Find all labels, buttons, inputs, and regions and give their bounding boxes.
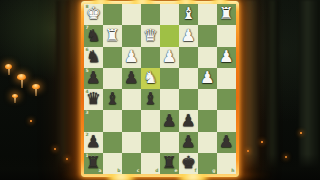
square-a2[interactable]: 2♟ [84, 132, 103, 153]
chess-board[interactable]: 8♚♝♜7♞♜♛♟6♞♟♟♟5♟♟♞♟4♛♝♝3♟♟2♟♟♟1a♜bcde♜f♚… [84, 4, 236, 174]
square-g5[interactable]: ♟ [198, 68, 217, 89]
square-b4[interactable]: ♝ [103, 89, 122, 110]
square-d6[interactable] [141, 47, 160, 68]
ember-dot [30, 120, 32, 122]
tree-trunk-silhouette [243, 0, 259, 180]
ember-dot [261, 141, 263, 143]
ember-dot [54, 148, 56, 150]
square-d8[interactable] [141, 4, 160, 25]
square-b3[interactable] [103, 110, 122, 131]
square-g6[interactable] [198, 47, 217, 68]
coord-label-file: g [212, 169, 215, 174]
coord-label-rank: 3 [86, 111, 89, 116]
square-b1[interactable]: b [103, 153, 122, 174]
square-b8[interactable] [103, 4, 122, 25]
square-b2[interactable] [103, 132, 122, 153]
square-h1[interactable]: h [217, 153, 236, 174]
piece-wP-f7[interactable]: ♟ [181, 27, 196, 44]
square-g8[interactable] [198, 4, 217, 25]
square-e3[interactable]: ♟ [160, 110, 179, 131]
square-f3[interactable]: ♟ [179, 110, 198, 131]
square-c8[interactable] [122, 4, 141, 25]
square-a5[interactable]: 5♟ [84, 68, 103, 89]
square-f6[interactable] [179, 47, 198, 68]
square-c1[interactable]: c [122, 153, 141, 174]
square-e2[interactable] [160, 132, 179, 153]
square-a3[interactable]: 3 [84, 110, 103, 131]
square-f5[interactable] [179, 68, 198, 89]
piece-wK-a8[interactable]: ♚ [86, 6, 101, 23]
piece-wP-c6[interactable]: ♟ [124, 48, 139, 65]
square-e1[interactable]: e♜ [160, 153, 179, 174]
square-h4[interactable] [217, 89, 236, 110]
piece-wP-g5[interactable]: ♟ [200, 70, 215, 87]
square-a6[interactable]: 6♞ [84, 47, 103, 68]
square-g1[interactable]: g [198, 153, 217, 174]
mushroom-decoration [17, 74, 26, 88]
square-d2[interactable] [141, 132, 160, 153]
square-c4[interactable] [122, 89, 141, 110]
square-d5[interactable]: ♞ [141, 68, 160, 89]
square-h3[interactable] [217, 110, 236, 131]
square-a1[interactable]: 1a♜ [84, 153, 103, 174]
coord-label-file: h [231, 169, 234, 174]
piece-bB-d4[interactable]: ♝ [143, 91, 158, 108]
ember-dot [285, 156, 287, 158]
piece-wP-h6[interactable]: ♟ [219, 48, 234, 65]
piece-bQ-a4[interactable]: ♛ [86, 91, 101, 108]
piece-wQ-d7[interactable]: ♛ [143, 27, 158, 44]
square-c7[interactable] [122, 25, 141, 46]
square-f2[interactable]: ♟ [179, 132, 198, 153]
forest-background: 8♚♝♜7♞♜♛♟6♞♟♟♟5♟♟♞♟4♛♝♝3♟♟2♟♟♟1a♜bcde♜f♚… [0, 0, 320, 180]
square-f8[interactable]: ♝ [179, 4, 198, 25]
piece-wB-f8[interactable]: ♝ [181, 6, 196, 23]
square-a7[interactable]: 7♞ [84, 25, 103, 46]
piece-bP-f2[interactable]: ♟ [181, 133, 196, 150]
square-g4[interactable] [198, 89, 217, 110]
piece-bN-a6[interactable]: ♞ [86, 48, 101, 65]
piece-bB-b4[interactable]: ♝ [105, 91, 120, 108]
square-f4[interactable] [179, 89, 198, 110]
square-c2[interactable] [122, 132, 141, 153]
tree-trunk-silhouette [266, 0, 279, 180]
piece-wR-b7[interactable]: ♜ [105, 27, 120, 44]
tree-trunk-silhouette [299, 0, 320, 180]
piece-bP-a2[interactable]: ♟ [86, 133, 101, 150]
piece-bK-f1[interactable]: ♚ [181, 155, 196, 172]
square-h6[interactable]: ♟ [217, 47, 236, 68]
square-g3[interactable] [198, 110, 217, 131]
piece-bP-h2[interactable]: ♟ [219, 133, 234, 150]
square-a8[interactable]: 8♚ [84, 4, 103, 25]
piece-bP-a5[interactable]: ♟ [86, 70, 101, 87]
mushroom-decoration [32, 84, 40, 96]
piece-bP-c5[interactable]: ♟ [124, 70, 139, 87]
square-b5[interactable] [103, 68, 122, 89]
square-d1[interactable]: d [141, 153, 160, 174]
coord-label-file: c [137, 169, 140, 174]
square-a4[interactable]: 4♛ [84, 89, 103, 110]
piece-wN-d5[interactable]: ♞ [143, 70, 158, 87]
square-c3[interactable] [122, 110, 141, 131]
square-h8[interactable]: ♜ [217, 4, 236, 25]
square-c6[interactable]: ♟ [122, 47, 141, 68]
mushroom-decoration [12, 94, 18, 103]
piece-bN-a7[interactable]: ♞ [86, 27, 101, 44]
tree-trunk-silhouette [56, 0, 70, 180]
square-b6[interactable] [103, 47, 122, 68]
coord-label-file: b [117, 169, 120, 174]
coord-label-file: d [155, 169, 158, 174]
square-g7[interactable] [198, 25, 217, 46]
square-c5[interactable]: ♟ [122, 68, 141, 89]
square-e4[interactable] [160, 89, 179, 110]
square-d3[interactable] [141, 110, 160, 131]
square-e5[interactable] [160, 68, 179, 89]
square-f1[interactable]: f♚ [179, 153, 198, 174]
ember-dot [247, 150, 249, 152]
square-h5[interactable] [217, 68, 236, 89]
square-f7[interactable]: ♟ [179, 25, 198, 46]
square-d7[interactable]: ♛ [141, 25, 160, 46]
piece-bR-e1[interactable]: ♜ [162, 155, 177, 172]
piece-wR-h8[interactable]: ♜ [219, 6, 234, 23]
square-h7[interactable] [217, 25, 236, 46]
square-e7[interactable] [160, 25, 179, 46]
ember-dot [66, 158, 68, 160]
piece-bR-a1[interactable]: ♜ [86, 155, 101, 172]
piece-wP-e6[interactable]: ♟ [162, 48, 177, 65]
square-b7[interactable]: ♜ [103, 25, 122, 46]
board-frame-fire: 8♚♝♜7♞♜♛♟6♞♟♟♟5♟♟♞♟4♛♝♝3♟♟2♟♟♟1a♜bcde♜f♚… [81, 1, 239, 177]
ember-dot [300, 132, 302, 134]
square-d4[interactable]: ♝ [141, 89, 160, 110]
square-g2[interactable] [198, 132, 217, 153]
square-e6[interactable]: ♟ [160, 47, 179, 68]
square-h2[interactable]: ♟ [217, 132, 236, 153]
piece-bP-e3[interactable]: ♟ [162, 112, 177, 129]
mushroom-decoration [5, 64, 12, 75]
piece-bP-f3[interactable]: ♟ [181, 112, 196, 129]
square-e8[interactable] [160, 4, 179, 25]
